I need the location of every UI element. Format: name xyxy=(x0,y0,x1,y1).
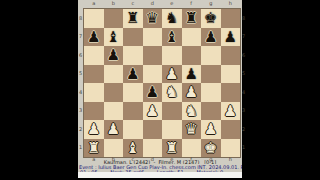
square-g2[interactable]: ♟ xyxy=(201,120,221,139)
square-g1[interactable]: ♚ xyxy=(201,139,221,158)
coord-label-g: g xyxy=(201,1,221,8)
square-a8[interactable] xyxy=(84,9,104,28)
square-g6[interactable] xyxy=(201,46,221,65)
square-h1[interactable] xyxy=(221,139,241,158)
white-pawn-piece: ♟ xyxy=(185,83,198,101)
square-f2[interactable]: ♛ xyxy=(182,120,202,139)
square-g7[interactable]: ♟ xyxy=(201,28,221,47)
coord-label-6: 6 xyxy=(241,53,246,58)
square-c8[interactable]: ♜ xyxy=(123,9,143,28)
square-h7[interactable]: ♟ xyxy=(221,28,241,47)
black-knight-piece: ♞ xyxy=(165,9,178,27)
square-e7[interactable]: ♝ xyxy=(162,28,182,47)
square-h6[interactable] xyxy=(221,46,241,65)
square-f1[interactable] xyxy=(182,139,202,158)
coord-label-2: 2 xyxy=(241,127,246,132)
square-b3[interactable] xyxy=(104,102,124,121)
square-h3[interactable]: ♟ xyxy=(221,102,241,121)
black-pawn-piece: ♟ xyxy=(126,65,139,83)
square-c4[interactable] xyxy=(123,83,143,102)
coord-label-b: b xyxy=(104,1,124,8)
square-d2[interactable] xyxy=(143,120,163,139)
square-c3[interactable] xyxy=(123,102,143,121)
coord-label-8: 8 xyxy=(78,16,83,21)
black-pawn-piece: ♟ xyxy=(107,46,120,64)
event-line: Event : Julius Baer Gen Cup Play-In, che… xyxy=(78,165,242,169)
white-pawn-piece: ♟ xyxy=(107,120,120,138)
square-d5[interactable] xyxy=(143,65,163,84)
coord-label-6: 6 xyxy=(78,53,83,58)
square-f6[interactable] xyxy=(182,46,202,65)
black-rook-piece: ♜ xyxy=(185,9,198,27)
black-bishop-piece: ♝ xyxy=(165,28,178,46)
square-g4[interactable] xyxy=(201,83,221,102)
coord-label-5: 5 xyxy=(241,71,246,76)
square-a4[interactable] xyxy=(84,83,104,102)
square-g3[interactable] xyxy=(201,102,221,121)
square-h5[interactable] xyxy=(221,65,241,84)
players-line: Kaufman, L (2442) - Filmer, M (2147) [0-… xyxy=(78,160,242,164)
square-e6[interactable] xyxy=(162,46,182,65)
square-a5[interactable] xyxy=(84,65,104,84)
square-e1[interactable]: ♜ xyxy=(162,139,182,158)
coord-label-5: 5 xyxy=(78,71,83,76)
square-h2[interactable] xyxy=(221,120,241,139)
coord-label-8: 8 xyxy=(241,16,246,21)
square-d6[interactable] xyxy=(143,46,163,65)
coord-label-2: 2 xyxy=(78,127,83,132)
coord-label-e: e xyxy=(162,1,182,8)
coord-label-1: 1 xyxy=(241,145,246,150)
square-b2[interactable]: ♟ xyxy=(104,120,124,139)
square-h8[interactable] xyxy=(221,9,241,28)
coord-label-h: h xyxy=(221,1,241,8)
coord-label-d: d xyxy=(143,1,163,8)
square-e5[interactable]: ♟ xyxy=(162,65,182,84)
square-d8[interactable]: ♛ xyxy=(143,9,163,28)
square-e8[interactable]: ♞ xyxy=(162,9,182,28)
square-a7[interactable]: ♟ xyxy=(84,28,104,47)
square-f7[interactable] xyxy=(182,28,202,47)
black-pawn-piece: ♟ xyxy=(185,65,198,83)
square-d4[interactable]: ♟ xyxy=(143,83,163,102)
square-e2[interactable] xyxy=(162,120,182,139)
square-f8[interactable]: ♜ xyxy=(182,9,202,28)
coord-label-4: 4 xyxy=(241,90,246,95)
coord-label-a: a xyxy=(84,1,104,8)
white-bishop-piece: ♝ xyxy=(126,139,139,157)
square-f3[interactable]: ♞ xyxy=(182,102,202,121)
square-b1[interactable] xyxy=(104,139,124,158)
file-labels-top: abcdefgh xyxy=(84,1,240,8)
square-b7[interactable]: ♝ xyxy=(104,28,124,47)
square-d3[interactable]: ♟ xyxy=(143,102,163,121)
rank-labels-right: 87654321 xyxy=(241,9,246,157)
bottom-strip xyxy=(78,172,242,180)
white-pawn-piece: ♟ xyxy=(224,102,237,120)
black-pawn-piece: ♟ xyxy=(204,28,217,46)
white-pawn-piece: ♟ xyxy=(146,102,159,120)
square-g8[interactable]: ♚ xyxy=(201,9,221,28)
coord-label-3: 3 xyxy=(78,108,83,113)
rank-labels-left: 87654321 xyxy=(78,9,83,157)
black-pawn-piece: ♟ xyxy=(87,28,100,46)
coord-label-1: 1 xyxy=(78,145,83,150)
black-king-piece: ♚ xyxy=(204,9,217,27)
white-knight-piece: ♞ xyxy=(185,102,198,120)
white-pawn-piece: ♟ xyxy=(204,120,217,138)
white-knight-piece: ♞ xyxy=(165,83,178,101)
square-c2[interactable] xyxy=(123,120,143,139)
square-a3[interactable] xyxy=(84,102,104,121)
square-a6[interactable] xyxy=(84,46,104,65)
coord-label-7: 7 xyxy=(241,34,246,39)
black-pawn-piece: ♟ xyxy=(224,28,237,46)
coord-label-4: 4 xyxy=(78,90,83,95)
square-d1[interactable] xyxy=(143,139,163,158)
square-e4[interactable]: ♞ xyxy=(162,83,182,102)
square-b8[interactable] xyxy=(104,9,124,28)
square-g5[interactable] xyxy=(201,65,221,84)
chess-board[interactable]: ♜♛♞♜♚♟♝♝♟♟♟♟♟♟♟♞♟♟♞♟♟♟♛♟♜♝♜♚ xyxy=(84,9,240,157)
square-b6[interactable]: ♟ xyxy=(104,46,124,65)
square-d7[interactable] xyxy=(143,28,163,47)
board-panel: abcdefgh 87654321 87654321 ♜♛♞♜♚♟♝♝♟♟♟♟♟… xyxy=(78,0,242,172)
black-bishop-piece: ♝ xyxy=(107,28,120,46)
coord-label-f: f xyxy=(182,1,202,8)
square-c6[interactable] xyxy=(123,46,143,65)
square-f5[interactable]: ♟ xyxy=(182,65,202,84)
square-b5[interactable] xyxy=(104,65,124,84)
black-pawn-piece: ♟ xyxy=(146,83,159,101)
black-queen-piece: ♛ xyxy=(146,9,159,27)
square-h4[interactable] xyxy=(221,83,241,102)
square-c1[interactable]: ♝ xyxy=(123,139,143,158)
white-rook-piece: ♜ xyxy=(87,139,100,157)
coord-label-7: 7 xyxy=(78,34,83,39)
square-a2[interactable]: ♟ xyxy=(84,120,104,139)
coord-label-3: 3 xyxy=(241,108,246,113)
square-c7[interactable] xyxy=(123,28,143,47)
white-rook-piece: ♜ xyxy=(165,139,178,157)
white-queen-piece: ♛ xyxy=(185,120,198,138)
square-a1[interactable]: ♜ xyxy=(84,139,104,158)
square-e3[interactable] xyxy=(162,102,182,121)
coord-label-c: c xyxy=(123,1,143,8)
white-pawn-piece: ♟ xyxy=(87,120,100,138)
square-b4[interactable] xyxy=(104,83,124,102)
square-f4[interactable]: ♟ xyxy=(182,83,202,102)
square-c5[interactable]: ♟ xyxy=(123,65,143,84)
black-rook-piece: ♜ xyxy=(126,9,139,27)
white-pawn-piece: ♟ xyxy=(165,65,178,83)
white-king-piece: ♚ xyxy=(204,139,217,157)
